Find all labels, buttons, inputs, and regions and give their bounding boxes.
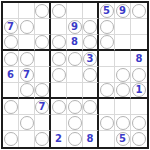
cell-r8c8[interactable] xyxy=(115,115,131,131)
cell-r7c4[interactable] xyxy=(51,99,67,115)
odd-circle xyxy=(4,100,18,114)
cell-r5c3[interactable] xyxy=(35,67,51,83)
cell-r9c5[interactable] xyxy=(67,131,83,147)
given-digit: 1 xyxy=(136,85,143,95)
cell-r3c1[interactable] xyxy=(3,35,19,51)
cell-r9c3[interactable] xyxy=(35,131,51,147)
given-digit: 8 xyxy=(87,134,94,144)
cell-r4c6[interactable]: 3 xyxy=(83,51,99,67)
given-digit: 3 xyxy=(87,54,94,64)
odd-circle xyxy=(20,83,34,97)
cell-r7c3[interactable]: 7 xyxy=(35,99,51,115)
cell-r4c9[interactable]: 8 xyxy=(131,51,147,67)
cell-r2c9[interactable] xyxy=(131,19,147,35)
cell-r4c8[interactable] xyxy=(115,51,131,67)
given-digit: 9 xyxy=(119,6,126,16)
cell-r1c7[interactable]: 5 xyxy=(99,3,115,19)
cell-r9c1[interactable] xyxy=(3,131,19,147)
cell-r1c9[interactable] xyxy=(131,3,147,19)
cell-r1c2[interactable] xyxy=(19,3,35,19)
odd-circle xyxy=(100,20,114,34)
given-digit: 7 xyxy=(23,70,30,80)
odd-circle xyxy=(68,132,82,146)
odd-circle xyxy=(52,35,66,49)
cell-r7c5[interactable] xyxy=(67,99,83,115)
cell-r3c5[interactable]: 8 xyxy=(67,35,83,51)
odd-circle xyxy=(83,68,97,82)
cell-r6c9[interactable]: 1 xyxy=(131,83,147,99)
odd-circle xyxy=(83,35,97,49)
page: 59798386717285 xyxy=(0,0,150,150)
odd-circle xyxy=(100,83,114,97)
odd-circle xyxy=(35,132,49,146)
cell-r9c7[interactable] xyxy=(99,131,115,147)
odd-circle xyxy=(68,52,82,66)
odd-circle xyxy=(132,132,146,146)
cell-r9c6[interactable]: 8 xyxy=(83,131,99,147)
odd-circle xyxy=(116,116,130,130)
cell-r5c1[interactable]: 6 xyxy=(3,67,19,83)
cell-r3c6[interactable] xyxy=(83,35,99,51)
cell-r6c4[interactable] xyxy=(51,83,67,99)
odd-circle xyxy=(83,20,97,34)
cell-r2c5[interactable]: 9 xyxy=(67,19,83,35)
odd-circle xyxy=(100,116,114,130)
cell-r7c8[interactable] xyxy=(115,99,131,115)
cell-r5c8[interactable] xyxy=(115,67,131,83)
cell-r8c7[interactable] xyxy=(99,115,115,131)
odd-circle xyxy=(35,4,49,18)
cell-r1c5[interactable] xyxy=(67,3,83,19)
odd-circle xyxy=(20,52,34,66)
cell-r4c7[interactable] xyxy=(99,51,115,67)
cell-r1c4[interactable] xyxy=(51,3,67,19)
odd-circle xyxy=(52,68,66,82)
odd-circle xyxy=(52,52,66,66)
odd-circle xyxy=(52,4,66,18)
odd-circle xyxy=(52,100,66,114)
sudoku-board: 59798386717285 xyxy=(1,1,149,149)
given-digit: 5 xyxy=(103,6,110,16)
cell-r2c3[interactable] xyxy=(35,19,51,35)
odd-circle xyxy=(68,100,82,114)
odd-circle xyxy=(132,68,146,82)
cell-r4c2[interactable] xyxy=(19,51,35,67)
cell-r6c7[interactable] xyxy=(99,83,115,99)
given-digit: 8 xyxy=(136,54,143,64)
cell-r8c9[interactable] xyxy=(131,115,147,131)
cell-r2c1[interactable]: 7 xyxy=(3,19,19,35)
cell-r4c3[interactable] xyxy=(35,51,51,67)
odd-circle xyxy=(4,132,18,146)
cell-r6c2[interactable] xyxy=(19,83,35,99)
cell-r6c1[interactable] xyxy=(3,83,19,99)
cell-r3c7[interactable] xyxy=(99,35,115,51)
given-digit: 7 xyxy=(39,102,46,112)
given-digit: 5 xyxy=(119,134,126,144)
cell-r8c6[interactable] xyxy=(83,115,99,131)
cell-r3c9[interactable] xyxy=(131,35,147,51)
odd-circle xyxy=(132,4,146,18)
odd-circle xyxy=(83,100,97,114)
cell-r9c9[interactable] xyxy=(131,131,147,147)
odd-circle xyxy=(132,116,146,130)
cell-r9c8[interactable]: 5 xyxy=(115,131,131,147)
odd-circle xyxy=(116,68,130,82)
cell-r5c5[interactable] xyxy=(67,67,83,83)
cell-r3c8[interactable] xyxy=(115,35,131,51)
cell-r6c8[interactable] xyxy=(115,83,131,99)
odd-circle xyxy=(35,35,49,49)
cell-r8c3[interactable] xyxy=(35,115,51,131)
cell-r3c3[interactable] xyxy=(35,35,51,51)
cell-r3c2[interactable] xyxy=(19,35,35,51)
cell-r1c3[interactable] xyxy=(35,3,51,19)
cell-r5c9[interactable] xyxy=(131,67,147,83)
cell-r2c6[interactable] xyxy=(83,19,99,35)
odd-circle xyxy=(35,83,49,97)
cell-r7c1[interactable] xyxy=(3,99,19,115)
cell-r8c1[interactable] xyxy=(3,115,19,131)
cell-r1c6[interactable] xyxy=(83,3,99,19)
cell-r5c4[interactable] xyxy=(51,67,67,83)
cell-r7c2[interactable] xyxy=(19,99,35,115)
odd-circle xyxy=(4,35,18,49)
cell-r6c3[interactable] xyxy=(35,83,51,99)
cell-r5c2[interactable]: 7 xyxy=(19,67,35,83)
cell-r6c5[interactable] xyxy=(67,83,83,99)
cell-r2c2[interactable] xyxy=(19,19,35,35)
odd-circle xyxy=(20,116,34,130)
cell-r7c7[interactable] xyxy=(99,99,115,115)
given-digit: 6 xyxy=(7,70,14,80)
odd-circle xyxy=(20,20,34,34)
cell-r1c1[interactable] xyxy=(3,3,19,19)
cell-r2c4[interactable] xyxy=(51,19,67,35)
given-digit: 7 xyxy=(7,22,14,32)
given-digit: 8 xyxy=(71,37,78,47)
cell-r7c9[interactable] xyxy=(131,99,147,115)
odd-circle xyxy=(116,83,130,97)
cell-r6c6[interactable] xyxy=(83,83,99,99)
cell-r9c2[interactable] xyxy=(19,131,35,147)
cell-r2c8[interactable] xyxy=(115,19,131,35)
cell-r9c4[interactable]: 2 xyxy=(51,131,67,147)
cell-r7c6[interactable] xyxy=(83,99,99,115)
odd-circle xyxy=(4,52,18,66)
cell-r5c6[interactable] xyxy=(83,67,99,83)
given-digit: 2 xyxy=(55,134,62,144)
odd-circle xyxy=(100,35,114,49)
cell-r2c7[interactable] xyxy=(99,19,115,35)
cell-r8c4[interactable] xyxy=(51,115,67,131)
cell-r4c1[interactable] xyxy=(3,51,19,67)
given-digit: 9 xyxy=(71,22,78,32)
cell-r1c8[interactable]: 9 xyxy=(115,3,131,19)
cell-r8c2[interactable] xyxy=(19,115,35,131)
cell-r4c5[interactable] xyxy=(67,51,83,67)
cell-r8c5[interactable] xyxy=(67,115,83,131)
cell-r5c7[interactable] xyxy=(99,67,115,83)
cell-r4c4[interactable] xyxy=(51,51,67,67)
cell-r3c4[interactable] xyxy=(51,35,67,51)
odd-circle xyxy=(68,116,82,130)
